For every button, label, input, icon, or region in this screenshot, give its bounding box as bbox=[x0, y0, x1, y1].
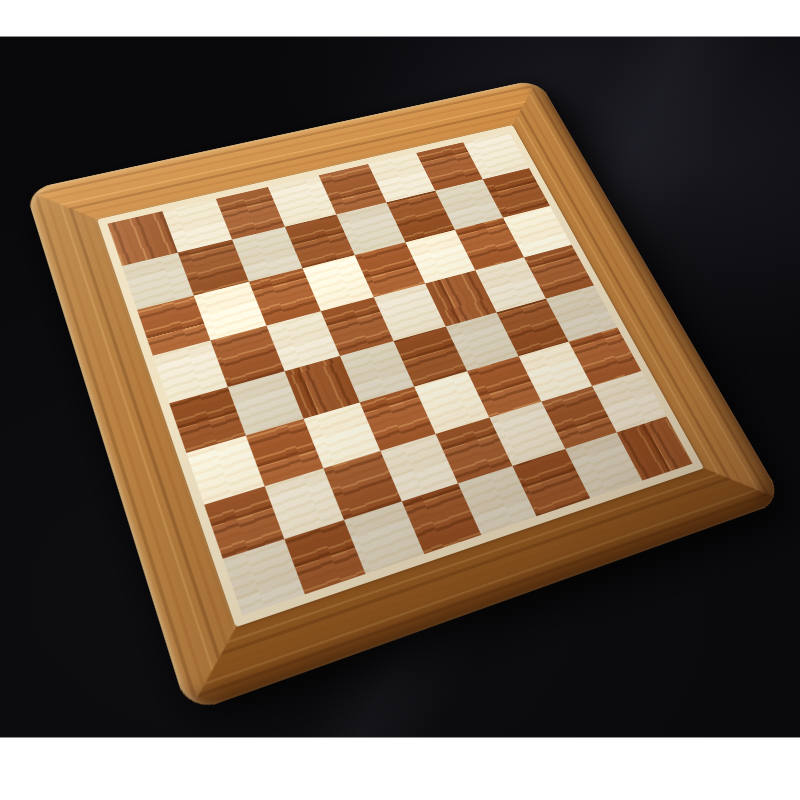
product-photo bbox=[0, 0, 800, 800]
bottom-white-band bbox=[0, 737, 800, 800]
top-white-band bbox=[0, 0, 800, 37]
